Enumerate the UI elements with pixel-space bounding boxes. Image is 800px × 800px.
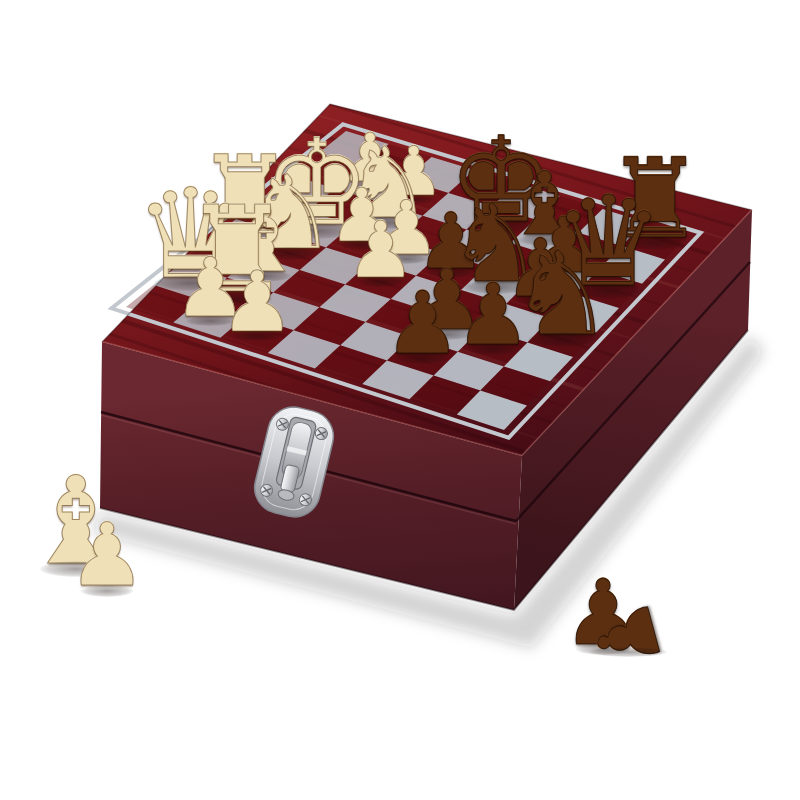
product-photo-chess-box: { "game": "chess", "scene": "Rosewood-fi… xyxy=(0,0,800,800)
chess-piece-black-pawn[interactable]: ♟ xyxy=(384,280,461,366)
scene: ♟♟♞♚♚♜♝♜♟♞♟♟♝♟♟♛♞♛♜♟♟♟♟♞♟♟♝♟♟♟ xyxy=(0,0,800,800)
chess-piece-black-pawn[interactable]: ♟ xyxy=(455,272,531,357)
chess-piece-white-pawn[interactable]: ♟ xyxy=(68,512,146,599)
chess-piece-white-pawn[interactable]: ♟ xyxy=(220,260,295,344)
